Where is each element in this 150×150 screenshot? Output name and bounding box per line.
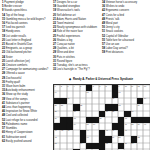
clue-number: 20 <box>2 39 5 42</box>
clue-number: 26 <box>2 64 5 67</box>
cell-number: 1 <box>54 85 55 88</box>
clue-number: 60 <box>2 131 5 134</box>
cell-number: 8 <box>106 85 107 88</box>
cell-number: 57 <box>131 142 133 145</box>
cell-number: 28 <box>112 110 114 113</box>
clue-number: 33 <box>53 68 56 71</box>
cell-number: 42 <box>61 129 63 132</box>
clue-number: 30 <box>53 56 56 59</box>
clue-number: 57 <box>102 43 105 46</box>
cell-number: 19 <box>144 97 146 100</box>
clue-number: 31 <box>2 85 5 88</box>
cell-number: 43 <box>67 129 69 132</box>
clue-number: 30 <box>2 81 5 84</box>
cell-number: 12 <box>137 85 139 88</box>
clue-item: 62 Easily pushed around <box>2 140 50 144</box>
clue-number: 23 <box>53 26 56 29</box>
clue-number: 39 <box>2 98 5 101</box>
cell-number: 58 <box>54 149 56 150</box>
clue-number: 27 <box>53 43 56 46</box>
clue-number: 62 <box>2 140 5 143</box>
clue-number: 17 <box>2 26 5 29</box>
cell-number: 34 <box>74 123 76 126</box>
clue-number: 42 <box>102 9 105 12</box>
cell-number: 22 <box>80 104 82 107</box>
cell-number: 10 <box>125 85 127 88</box>
clue-number: 16 <box>2 22 5 25</box>
clue-number: 27 <box>2 68 5 71</box>
cell-number: 24 <box>137 104 139 107</box>
cell-number: 27 <box>106 110 108 113</box>
cell-number: 39 <box>137 123 139 126</box>
clue-number: 22 <box>2 47 5 50</box>
clue-number: 50 <box>102 26 105 29</box>
cell-number: 47 <box>125 129 127 132</box>
cell-number: 36 <box>93 123 95 126</box>
clue-number: 31 <box>53 60 56 63</box>
cell-number: 35 <box>86 123 88 126</box>
cell-number: 30 <box>54 117 56 120</box>
clue-number: 46 <box>2 110 5 113</box>
clue-number: 52 <box>2 119 5 122</box>
crossword-puzzle-page: 1 Payment pledge5 Border crosser9 Stands… <box>0 0 150 150</box>
cell-number: 6 <box>93 85 94 88</box>
cell-number: 54 <box>80 142 82 145</box>
cell-number: 63 <box>118 149 120 150</box>
grid-cell[interactable] <box>143 149 149 150</box>
clue-number: 32 <box>53 64 56 67</box>
clue-number: 23 <box>2 51 5 54</box>
cell-number: 3 <box>67 85 68 88</box>
cell-number: 45 <box>106 129 108 132</box>
cell-number: 13 <box>144 85 146 88</box>
cell-number: 61 <box>93 149 95 150</box>
clue-number: 47 <box>102 14 105 17</box>
cell-number: 2 <box>61 85 62 88</box>
clue-number: 52 <box>102 35 105 38</box>
clue-number: 14 <box>2 14 5 17</box>
clue-number: 41 <box>2 102 5 105</box>
cell-number: 49 <box>86 136 88 139</box>
clue-number: 55 <box>102 39 105 42</box>
cell-number: 37 <box>125 123 127 126</box>
cell-number: 48 <box>54 136 56 139</box>
clue-number: 15 <box>2 18 5 21</box>
clue-number: 56 <box>2 123 5 126</box>
cell-number: 51 <box>118 136 120 139</box>
cell-number: 5 <box>80 85 81 88</box>
cell-number: 50 <box>112 136 114 139</box>
cell-number: 40 <box>144 123 146 126</box>
puzzle-byline-text: Randy A. Parker & Universal Press Syndic… <box>73 77 133 81</box>
diamond-icon: ◆ <box>69 77 71 81</box>
clue-number: 24 <box>53 30 56 33</box>
cell-number: 16 <box>118 91 120 94</box>
cell-number: 14 <box>54 91 56 94</box>
clue-number: 44 <box>2 106 5 109</box>
puzzle-byline: ◆Randy A. Parker & Universal Press Syndi… <box>53 77 149 81</box>
cell-number: 4 <box>74 85 75 88</box>
cell-number: 38 <box>131 123 133 126</box>
clue-number: 17 <box>53 1 56 4</box>
cell-number: 20 <box>54 104 56 107</box>
cell-number: 52 <box>137 136 139 139</box>
clue-item: 59 Print distances <box>102 51 149 55</box>
cell-number: 9 <box>118 85 119 88</box>
cell-number: 18 <box>112 97 114 100</box>
clue-item: 33 Leo's hairstyle in "The Fly"? <box>53 68 99 72</box>
cell-number: 15 <box>86 91 88 94</box>
clue-number: 1 <box>2 1 4 4</box>
clue-number: 18 <box>53 5 56 8</box>
cell-number: 55 <box>106 142 108 145</box>
clue-number: 36 <box>102 5 105 8</box>
clue-number: 48 <box>102 18 105 21</box>
cell-number: 33 <box>125 117 127 120</box>
cell-number: 23 <box>118 104 120 107</box>
cell-number: 59 <box>80 149 82 150</box>
cell-number: 7 <box>99 85 100 88</box>
clue-number: 18 <box>2 30 5 33</box>
clue-number: 59 <box>102 51 105 54</box>
clue-number: 29 <box>2 77 5 80</box>
clue-number: 20 <box>53 14 56 17</box>
clue-number: 5 <box>2 5 4 8</box>
cell-number: 60 <box>86 149 88 150</box>
clue-number: 21 <box>2 43 5 46</box>
cell-number: 29 <box>131 110 133 113</box>
clue-number: 26 <box>53 39 56 42</box>
clue-number: 19 <box>2 35 5 38</box>
clue-number: 33 <box>2 89 5 92</box>
cell-number: 44 <box>86 129 88 132</box>
clue-number: 19 <box>53 9 56 12</box>
clue-number: 28 <box>2 72 5 75</box>
clue-column-right: 34 Veteran horse's accessory36 Wishes to… <box>102 1 149 56</box>
clue-column-left: 1 Payment pledge5 Border crosser9 Stands… <box>2 1 50 144</box>
cell-number: 41 <box>54 129 56 132</box>
clue-number: 51 <box>102 30 105 33</box>
clue-number: 48 <box>2 114 5 117</box>
clue-column-middle: 17 Designs for a car18 Guarded strongbox… <box>53 1 99 72</box>
cell-number: 62 <box>106 149 108 150</box>
cell-number: 17 <box>67 97 69 100</box>
cell-number: 26 <box>74 110 76 113</box>
clue-number: 34 <box>102 1 105 4</box>
cell-number: 31 <box>74 117 76 120</box>
clue-number: 25 <box>53 35 56 38</box>
cell-number: 21 <box>61 104 63 107</box>
clue-number: 28 <box>53 47 56 50</box>
clue-number: 29 <box>53 51 56 54</box>
crossword-grid: 1234567891011121314151617181920212223242… <box>53 84 150 150</box>
clue-number: 24 <box>2 56 5 59</box>
clue-number: 9 <box>2 9 4 12</box>
clue-number: 21 <box>53 18 56 21</box>
clue-number: 25 <box>2 60 5 63</box>
cell-number: 11 <box>131 85 133 88</box>
clue-number: 36 <box>2 93 5 96</box>
cell-number: 56 <box>125 142 127 145</box>
cell-number: 25 <box>54 110 56 113</box>
clue-number: 61 <box>2 136 5 139</box>
cell-number: 53 <box>54 142 56 145</box>
clue-number: 49 <box>102 22 105 25</box>
clue-number: 22 <box>53 22 56 25</box>
cell-number: 46 <box>112 129 114 132</box>
clue-number: 58 <box>102 47 105 50</box>
cell-number: 32 <box>99 117 101 120</box>
clue-number: 57 <box>2 127 5 130</box>
